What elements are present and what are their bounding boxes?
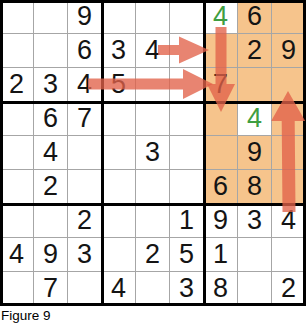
cell-r3c5[interactable]	[136, 68, 170, 102]
cell-r8c6[interactable]: 5	[170, 238, 204, 272]
cell-r8c2[interactable]: 9	[34, 238, 68, 272]
grid-line-box-col-2	[203, 0, 206, 306]
grid-line-right-border	[303, 0, 306, 306]
cell-r8c7[interactable]: 1	[204, 238, 238, 272]
cell-r4c2[interactable]: 6	[34, 102, 68, 136]
cell-r2c3[interactable]: 6	[68, 34, 102, 68]
cell-r2c9[interactable]: 9	[272, 34, 306, 68]
cell-r6c1[interactable]	[0, 170, 34, 204]
cell-r4c5[interactable]	[136, 102, 170, 136]
cell-r2c5[interactable]: 4	[136, 34, 170, 68]
cell-r2c4[interactable]: 3	[102, 34, 136, 68]
cell-r6c3[interactable]	[68, 170, 102, 204]
cell-r1c6[interactable]	[170, 0, 204, 34]
sudoku-grid: 94663429234576744392682193449325174382	[0, 0, 306, 306]
cell-r6c5[interactable]	[136, 170, 170, 204]
cell-r3c3[interactable]: 4	[68, 68, 102, 102]
cell-r6c2[interactable]: 2	[34, 170, 68, 204]
cell-r9c1[interactable]	[0, 272, 34, 306]
cell-r7c1[interactable]	[0, 204, 34, 238]
cell-r1c8[interactable]: 6	[238, 0, 272, 34]
cell-r4c8[interactable]: 4	[238, 102, 272, 136]
cell-r7c9[interactable]: 4	[272, 204, 306, 238]
cell-r3c8[interactable]	[238, 68, 272, 102]
cell-r8c9[interactable]	[272, 238, 306, 272]
cell-r1c5[interactable]	[136, 0, 170, 34]
cell-r3c7[interactable]: 7	[204, 68, 238, 102]
cell-r1c9[interactable]	[272, 0, 306, 34]
grid-line-box-row-2	[0, 203, 306, 206]
figure-caption: Figure 9	[1, 306, 305, 324]
cell-r9c9[interactable]: 2	[272, 272, 306, 306]
cell-r3c9[interactable]	[272, 68, 306, 102]
grid-line-top-border	[0, 0, 306, 3]
cell-r1c1[interactable]	[0, 0, 34, 34]
cell-r2c2[interactable]	[34, 34, 68, 68]
cell-r6c7[interactable]: 6	[204, 170, 238, 204]
cell-r9c4[interactable]: 4	[102, 272, 136, 306]
cell-r1c7[interactable]: 4	[204, 0, 238, 34]
cell-r5c5[interactable]: 3	[136, 136, 170, 170]
cell-r5c7[interactable]	[204, 136, 238, 170]
cell-r2c7[interactable]	[204, 34, 238, 68]
cell-r6c9[interactable]	[272, 170, 306, 204]
cell-r9c5[interactable]	[136, 272, 170, 306]
cell-r7c8[interactable]: 3	[238, 204, 272, 238]
cell-r5c8[interactable]: 9	[238, 136, 272, 170]
cell-r7c7[interactable]: 9	[204, 204, 238, 238]
cell-r4c9[interactable]	[272, 102, 306, 136]
grid-line-box-row-1	[0, 101, 306, 104]
cell-r5c3[interactable]	[68, 136, 102, 170]
cell-r7c4[interactable]	[102, 204, 136, 238]
cell-r1c2[interactable]	[34, 0, 68, 34]
grid-line-left-border	[0, 0, 3, 306]
cell-r4c1[interactable]	[0, 102, 34, 136]
cell-r5c6[interactable]	[170, 136, 204, 170]
cell-r4c7[interactable]	[204, 102, 238, 136]
cell-r6c6[interactable]	[170, 170, 204, 204]
cell-r9c2[interactable]: 7	[34, 272, 68, 306]
cell-r9c8[interactable]	[238, 272, 272, 306]
cell-r8c4[interactable]	[102, 238, 136, 272]
cell-r3c6[interactable]	[170, 68, 204, 102]
cell-r5c4[interactable]	[102, 136, 136, 170]
cell-r4c3[interactable]: 7	[68, 102, 102, 136]
cell-r3c1[interactable]: 2	[0, 68, 34, 102]
cell-r5c1[interactable]	[0, 136, 34, 170]
cell-r2c6[interactable]	[170, 34, 204, 68]
cell-r4c6[interactable]	[170, 102, 204, 136]
cell-r7c3[interactable]: 2	[68, 204, 102, 238]
sudoku-board: 94663429234576744392682193449325174382	[0, 0, 306, 306]
cell-r1c4[interactable]	[102, 0, 136, 34]
cell-r7c2[interactable]	[34, 204, 68, 238]
sudoku-figure: 94663429234576744392682193449325174382 F…	[0, 0, 306, 324]
cell-r2c1[interactable]	[0, 34, 34, 68]
cell-r7c6[interactable]: 1	[170, 204, 204, 238]
cell-r8c1[interactable]: 4	[0, 238, 34, 272]
cell-r6c8[interactable]: 8	[238, 170, 272, 204]
cell-r4c4[interactable]	[102, 102, 136, 136]
cell-r8c3[interactable]: 3	[68, 238, 102, 272]
cell-r3c2[interactable]: 3	[34, 68, 68, 102]
cell-r8c8[interactable]	[238, 238, 272, 272]
cell-r8c5[interactable]: 2	[136, 238, 170, 272]
cell-r5c2[interactable]: 4	[34, 136, 68, 170]
cell-r9c7[interactable]: 8	[204, 272, 238, 306]
cell-r7c5[interactable]	[136, 204, 170, 238]
cell-r5c9[interactable]	[272, 136, 306, 170]
cell-r6c4[interactable]	[102, 170, 136, 204]
cell-r1c3[interactable]: 9	[68, 0, 102, 34]
cell-r3c4[interactable]: 5	[102, 68, 136, 102]
cell-r2c8[interactable]: 2	[238, 34, 272, 68]
cell-r9c3[interactable]	[68, 272, 102, 306]
cell-r9c6[interactable]: 3	[170, 272, 204, 306]
grid-line-box-col-1	[101, 0, 104, 306]
